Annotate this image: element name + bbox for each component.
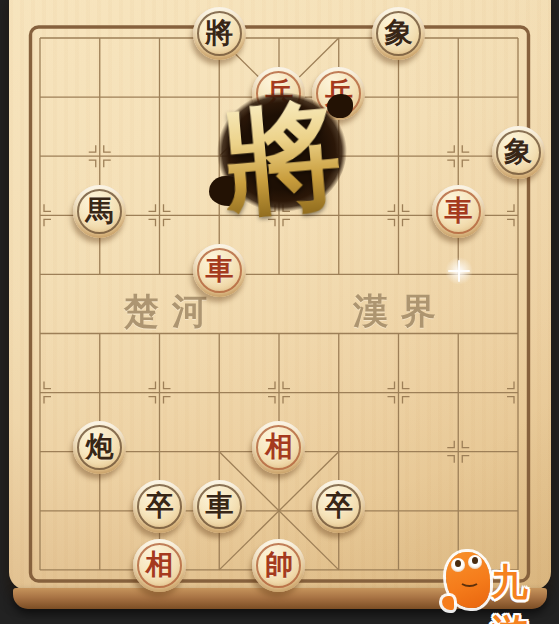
piece-black-horse[interactable]: 馬 (73, 185, 126, 238)
piece-red-elephant-1[interactable]: 相 (252, 421, 305, 474)
jiuyou-watermark: 九游 (443, 546, 559, 616)
piece-red-general[interactable]: 帥 (252, 539, 305, 592)
piece-red-chariot-1[interactable]: 車 (432, 185, 485, 238)
piece-label: 象 (504, 138, 532, 166)
piece-black-cannon[interactable]: 炮 (73, 421, 126, 474)
piece-label: 相 (145, 551, 173, 579)
piece-label: 相 (265, 433, 293, 461)
piece-label: 炮 (86, 433, 114, 461)
game-screen: 楚河 漢界 將象兵兵象馬車車炮相卒車卒相帥 將 九游 (0, 0, 559, 624)
piece-label: 象 (384, 19, 412, 47)
piece-red-chariot-2[interactable]: 車 (193, 244, 246, 297)
piece-label: 車 (205, 492, 233, 520)
piece-black-elephant-2[interactable]: 象 (492, 126, 545, 179)
piece-black-chariot[interactable]: 車 (193, 480, 246, 533)
piece-black-elephant-1[interactable]: 象 (372, 7, 425, 60)
sparkle-glow (445, 257, 473, 285)
mascot-smile (459, 574, 480, 587)
piece-label: 車 (205, 256, 233, 284)
piece-label: 卒 (325, 492, 353, 520)
piece-label: 車 (444, 197, 472, 225)
piece-black-pawn-1[interactable]: 卒 (133, 480, 186, 533)
watermark-text: 九游 (491, 558, 559, 624)
piece-label: 馬 (86, 197, 114, 225)
piece-label: 卒 (145, 492, 173, 520)
check-character: 將 (218, 94, 346, 222)
jiuyou-mascot-icon (446, 552, 490, 608)
piece-black-pawn-2[interactable]: 卒 (312, 480, 365, 533)
mascot-eye (451, 558, 465, 572)
piece-label: 將 (205, 19, 233, 47)
piece-red-elephant-2[interactable]: 相 (133, 539, 186, 592)
mascot-eye (468, 555, 482, 569)
piece-black-general[interactable]: 將 (193, 7, 246, 60)
piece-label: 帥 (265, 551, 293, 579)
